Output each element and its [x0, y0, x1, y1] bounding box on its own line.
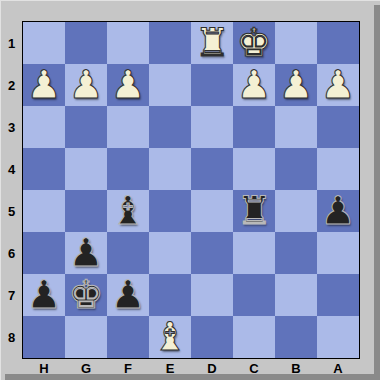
- square-d5[interactable]: [191, 190, 233, 232]
- rank-labels: 12345678: [1, 21, 22, 359]
- square-b7[interactable]: [275, 274, 317, 316]
- square-a7[interactable]: [317, 274, 359, 316]
- square-h5[interactable]: [23, 190, 65, 232]
- square-h6[interactable]: [23, 232, 65, 274]
- piece-black-king-g7[interactable]: ♚: [69, 274, 104, 316]
- square-a4[interactable]: [317, 148, 359, 190]
- square-b6[interactable]: [275, 232, 317, 274]
- rank-label-6: 6: [1, 232, 22, 274]
- square-d7[interactable]: [191, 274, 233, 316]
- square-h2[interactable]: ♟: [23, 64, 65, 106]
- square-a1[interactable]: [317, 22, 359, 64]
- square-a2[interactable]: ♟: [317, 64, 359, 106]
- piece-black-bishop-f5[interactable]: ♝: [111, 190, 146, 232]
- square-e7[interactable]: [149, 274, 191, 316]
- square-c7[interactable]: [233, 274, 275, 316]
- piece-black-pawn-a5[interactable]: ♟: [321, 190, 356, 232]
- square-h4[interactable]: [23, 148, 65, 190]
- square-c4[interactable]: [233, 148, 275, 190]
- piece-white-pawn-g2[interactable]: ♟: [69, 64, 104, 106]
- square-g3[interactable]: [65, 106, 107, 148]
- square-d8[interactable]: [191, 316, 233, 358]
- rank-label-3: 3: [1, 106, 22, 148]
- piece-white-pawn-b2[interactable]: ♟: [279, 64, 314, 106]
- square-e6[interactable]: [149, 232, 191, 274]
- square-f3[interactable]: [107, 106, 149, 148]
- square-f2[interactable]: ♟: [107, 64, 149, 106]
- square-f1[interactable]: [107, 22, 149, 64]
- square-c8[interactable]: [233, 316, 275, 358]
- rank-label-2: 2: [1, 64, 22, 106]
- square-b5[interactable]: [275, 190, 317, 232]
- rank-label-8: 8: [1, 316, 22, 358]
- piece-black-pawn-g6[interactable]: ♟: [69, 232, 104, 274]
- square-d2[interactable]: [191, 64, 233, 106]
- square-b8[interactable]: [275, 316, 317, 358]
- panel-shadow-bottom: [5, 374, 380, 380]
- square-d6[interactable]: [191, 232, 233, 274]
- square-h7[interactable]: ♟: [23, 274, 65, 316]
- square-e5[interactable]: [149, 190, 191, 232]
- square-g2[interactable]: ♟: [65, 64, 107, 106]
- square-b3[interactable]: [275, 106, 317, 148]
- square-c5[interactable]: ♜: [233, 190, 275, 232]
- square-a8[interactable]: [317, 316, 359, 358]
- square-b4[interactable]: [275, 148, 317, 190]
- square-f7[interactable]: ♟: [107, 274, 149, 316]
- square-h1[interactable]: [23, 22, 65, 64]
- square-a3[interactable]: [317, 106, 359, 148]
- square-e3[interactable]: [149, 106, 191, 148]
- square-d1[interactable]: ♜: [191, 22, 233, 64]
- square-f8[interactable]: [107, 316, 149, 358]
- square-c6[interactable]: [233, 232, 275, 274]
- piece-black-rook-c5[interactable]: ♜: [237, 190, 272, 232]
- square-e8[interactable]: ♝: [149, 316, 191, 358]
- square-e1[interactable]: [149, 22, 191, 64]
- piece-white-pawn-a2[interactable]: ♟: [321, 64, 356, 106]
- square-b1[interactable]: [275, 22, 317, 64]
- square-g6[interactable]: ♟: [65, 232, 107, 274]
- piece-white-bishop-e8[interactable]: ♝: [153, 316, 188, 358]
- square-f6[interactable]: [107, 232, 149, 274]
- square-a5[interactable]: ♟: [317, 190, 359, 232]
- square-c3[interactable]: [233, 106, 275, 148]
- square-d3[interactable]: [191, 106, 233, 148]
- panel-shadow-right: [374, 5, 380, 380]
- square-g1[interactable]: [65, 22, 107, 64]
- rank-label-4: 4: [1, 148, 22, 190]
- square-g5[interactable]: [65, 190, 107, 232]
- square-d4[interactable]: [191, 148, 233, 190]
- rank-label-5: 5: [1, 190, 22, 232]
- square-e4[interactable]: [149, 148, 191, 190]
- square-c2[interactable]: ♟: [233, 64, 275, 106]
- square-c1[interactable]: ♚: [233, 22, 275, 64]
- square-g8[interactable]: [65, 316, 107, 358]
- square-h3[interactable]: [23, 106, 65, 148]
- board-panel: 12345678 ♜♚♟♟♟♟♟♟♝♜♟♟♟♚♟♝ HGFEDCBA: [0, 0, 380, 380]
- chess-board: ♜♚♟♟♟♟♟♟♝♜♟♟♟♚♟♝: [22, 21, 360, 359]
- rank-label-7: 7: [1, 274, 22, 316]
- piece-white-pawn-h2[interactable]: ♟: [27, 64, 62, 106]
- square-f4[interactable]: [107, 148, 149, 190]
- piece-black-pawn-h7[interactable]: ♟: [27, 274, 62, 316]
- square-e2[interactable]: [149, 64, 191, 106]
- piece-white-rook-d1[interactable]: ♜: [195, 22, 230, 64]
- piece-white-pawn-c2[interactable]: ♟: [237, 64, 272, 106]
- piece-white-pawn-f2[interactable]: ♟: [111, 64, 146, 106]
- square-g4[interactable]: [65, 148, 107, 190]
- square-g7[interactable]: ♚: [65, 274, 107, 316]
- square-b2[interactable]: ♟: [275, 64, 317, 106]
- rank-label-1: 1: [1, 22, 22, 64]
- piece-white-king-c1[interactable]: ♚: [237, 22, 272, 64]
- piece-black-pawn-f7[interactable]: ♟: [111, 274, 146, 316]
- square-h8[interactable]: [23, 316, 65, 358]
- square-f5[interactable]: ♝: [107, 190, 149, 232]
- square-a6[interactable]: [317, 232, 359, 274]
